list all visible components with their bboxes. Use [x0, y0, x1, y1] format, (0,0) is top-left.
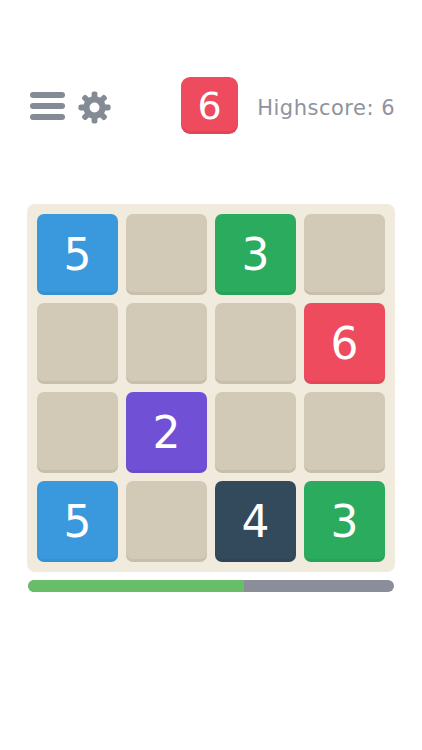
board-cell-r0c2[interactable]: 3 — [215, 214, 296, 295]
game-board: 5 3 6 2 5 4 3 — [27, 204, 395, 572]
board-cell-r2c3[interactable] — [304, 392, 385, 473]
progress-bar — [28, 580, 394, 592]
current-tile-value: 6 — [197, 84, 221, 128]
board-cell-r1c0[interactable] — [37, 303, 118, 384]
board-cell-r0c1[interactable] — [126, 214, 207, 295]
gear-icon — [78, 91, 111, 124]
board-cell-r1c3[interactable]: 6 — [304, 303, 385, 384]
board-cell-r0c3[interactable] — [304, 214, 385, 295]
highscore-label: Highscore: 6 — [257, 96, 395, 120]
board-cell-r1c1[interactable] — [126, 303, 207, 384]
current-tile: 6 — [181, 77, 238, 134]
progress-bar-fill — [28, 580, 244, 592]
board-cell-r2c0[interactable] — [37, 392, 118, 473]
tile-value: 2 — [153, 407, 181, 458]
tile-value: 3 — [331, 496, 359, 547]
hamburger-icon — [30, 103, 65, 109]
tile-value: 3 — [242, 229, 270, 280]
board-cell-r2c1[interactable]: 2 — [126, 392, 207, 473]
board-cell-r3c2[interactable]: 4 — [215, 481, 296, 562]
board-cell-r3c3[interactable]: 3 — [304, 481, 385, 562]
hamburger-icon — [30, 92, 65, 98]
board-cell-r1c2[interactable] — [215, 303, 296, 384]
tile-value: 6 — [331, 318, 359, 369]
board-cell-r2c2[interactable] — [215, 392, 296, 473]
tile-value: 4 — [242, 496, 270, 547]
hamburger-menu-button[interactable] — [30, 92, 65, 120]
tile-value: 5 — [64, 496, 92, 547]
settings-button[interactable] — [78, 91, 111, 124]
board-cell-r3c0[interactable]: 5 — [37, 481, 118, 562]
hamburger-icon — [30, 114, 65, 120]
board-cell-r0c0[interactable]: 5 — [37, 214, 118, 295]
board-cell-r3c1[interactable] — [126, 481, 207, 562]
tile-value: 5 — [64, 229, 92, 280]
